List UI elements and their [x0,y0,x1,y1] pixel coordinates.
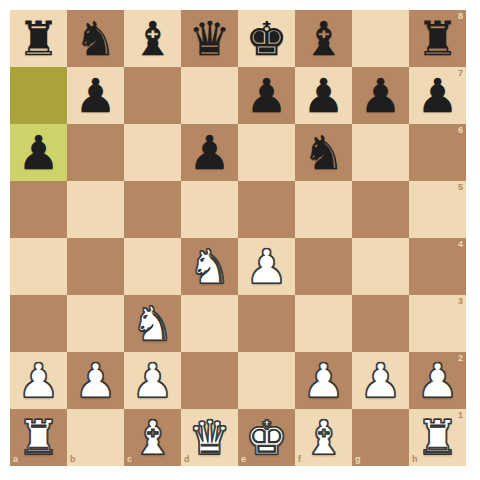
square-a6[interactable]: ♟ [10,124,67,181]
square-b1[interactable]: b [67,409,124,466]
rank-label-4: 4 [458,240,463,249]
square-g3[interactable] [352,295,409,352]
square-b2[interactable]: ♟ [67,352,124,409]
white-queen[interactable]: ♛ [181,409,238,466]
white-pawn[interactable]: ♟ [352,352,409,409]
black-bishop[interactable]: ♝ [124,10,181,67]
square-g2[interactable]: ♟ [352,352,409,409]
square-f2[interactable]: ♟ [295,352,352,409]
white-pawn[interactable]: ♟ [124,352,181,409]
square-b3[interactable] [67,295,124,352]
square-g5[interactable] [352,181,409,238]
rank-label-5: 5 [458,183,463,192]
square-c5[interactable] [124,181,181,238]
white-king[interactable]: ♚ [238,409,295,466]
square-a1[interactable]: ♜a [10,409,67,466]
square-c4[interactable] [124,238,181,295]
square-e2[interactable] [238,352,295,409]
square-d3[interactable] [181,295,238,352]
square-a7[interactable] [10,67,67,124]
square-h1[interactable]: ♜1h [409,409,466,466]
black-pawn[interactable]: ♟ [181,124,238,181]
square-g1[interactable]: g [352,409,409,466]
rank-label-3: 3 [458,297,463,306]
square-f8[interactable]: ♝ [295,10,352,67]
white-pawn[interactable]: ♟ [10,352,67,409]
square-g7[interactable]: ♟ [352,67,409,124]
square-c6[interactable] [124,124,181,181]
black-pawn[interactable]: ♟ [352,67,409,124]
black-pawn[interactable]: ♟ [67,67,124,124]
square-h3[interactable]: 3 [409,295,466,352]
black-rook[interactable]: ♜ [10,10,67,67]
square-a2[interactable]: ♟ [10,352,67,409]
square-d5[interactable] [181,181,238,238]
white-bishop[interactable]: ♝ [295,409,352,466]
square-f4[interactable] [295,238,352,295]
black-king[interactable]: ♚ [238,10,295,67]
square-h2[interactable]: ♟2 [409,352,466,409]
square-g8[interactable] [352,10,409,67]
square-h5[interactable]: 5 [409,181,466,238]
black-pawn[interactable]: ♟ [295,67,352,124]
square-d1[interactable]: ♛d [181,409,238,466]
square-g4[interactable] [352,238,409,295]
square-e4[interactable]: ♟ [238,238,295,295]
square-f1[interactable]: ♝f [295,409,352,466]
black-pawn[interactable]: ♟ [409,67,466,124]
black-rook[interactable]: ♜ [409,10,466,67]
white-bishop[interactable]: ♝ [124,409,181,466]
chess-app-background: ♜♞♝♛♚♝♜8♟♟♟♟♟7♟♟♞65♞♟4♞3♟♟♟♟♟♟2♜ab♝c♛d♚e… [0,0,480,480]
square-e7[interactable]: ♟ [238,67,295,124]
white-pawn[interactable]: ♟ [409,352,466,409]
white-rook[interactable]: ♜ [10,409,67,466]
square-e3[interactable] [238,295,295,352]
square-d2[interactable] [181,352,238,409]
square-c1[interactable]: ♝c [124,409,181,466]
chess-board[interactable]: ♜♞♝♛♚♝♜8♟♟♟♟♟7♟♟♞65♞♟4♞3♟♟♟♟♟♟2♜ab♝c♛d♚e… [10,10,466,466]
square-f7[interactable]: ♟ [295,67,352,124]
white-rook[interactable]: ♜ [409,409,466,466]
black-pawn[interactable]: ♟ [10,124,67,181]
square-c7[interactable] [124,67,181,124]
black-queen[interactable]: ♛ [181,10,238,67]
square-a5[interactable] [10,181,67,238]
square-h6[interactable]: 6 [409,124,466,181]
square-b5[interactable] [67,181,124,238]
black-pawn[interactable]: ♟ [238,67,295,124]
square-d7[interactable] [181,67,238,124]
square-e6[interactable] [238,124,295,181]
square-f5[interactable] [295,181,352,238]
file-label-g: g [355,455,361,464]
square-b6[interactable] [67,124,124,181]
square-g6[interactable] [352,124,409,181]
square-f3[interactable] [295,295,352,352]
square-a3[interactable] [10,295,67,352]
square-d8[interactable]: ♛ [181,10,238,67]
square-e8[interactable]: ♚ [238,10,295,67]
file-label-b: b [70,455,76,464]
square-b8[interactable]: ♞ [67,10,124,67]
square-e1[interactable]: ♚e [238,409,295,466]
square-c3[interactable]: ♞ [124,295,181,352]
square-h4[interactable]: 4 [409,238,466,295]
black-knight[interactable]: ♞ [295,124,352,181]
square-c2[interactable]: ♟ [124,352,181,409]
square-d4[interactable]: ♞ [181,238,238,295]
rank-label-6: 6 [458,126,463,135]
black-bishop[interactable]: ♝ [295,10,352,67]
white-knight[interactable]: ♞ [181,238,238,295]
square-a4[interactable] [10,238,67,295]
square-c8[interactable]: ♝ [124,10,181,67]
white-pawn[interactable]: ♟ [295,352,352,409]
square-f6[interactable]: ♞ [295,124,352,181]
square-b4[interactable] [67,238,124,295]
square-e5[interactable] [238,181,295,238]
square-h8[interactable]: ♜8 [409,10,466,67]
square-a8[interactable]: ♜ [10,10,67,67]
white-pawn[interactable]: ♟ [238,238,295,295]
square-h7[interactable]: ♟7 [409,67,466,124]
square-b7[interactable]: ♟ [67,67,124,124]
white-pawn[interactable]: ♟ [67,352,124,409]
white-knight[interactable]: ♞ [124,295,181,352]
square-d6[interactable]: ♟ [181,124,238,181]
black-knight[interactable]: ♞ [67,10,124,67]
